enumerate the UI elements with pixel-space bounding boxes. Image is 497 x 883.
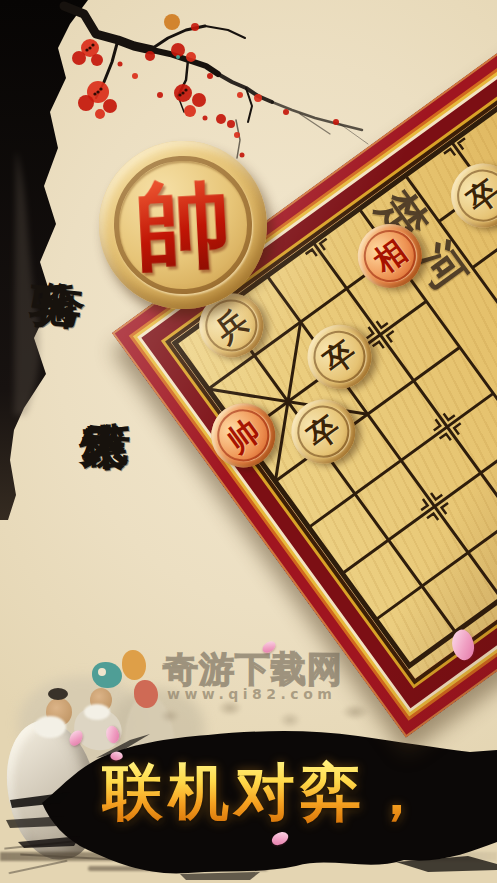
watermark-site-url: www.qi82.com xyxy=(167,686,336,702)
piece-char: 相 xyxy=(368,234,411,277)
xiangqi-piece-相[interactable]: 相 xyxy=(345,211,434,300)
slogan-char: 奔 xyxy=(35,279,87,331)
xiangqi-piece-卒[interactable]: 卒 xyxy=(279,387,368,476)
big-general-char: 帥 xyxy=(133,175,234,276)
xiangqi-piece-卒[interactable]: 卒 xyxy=(438,151,497,240)
xiangqi-piece-卒[interactable]: 卒 xyxy=(295,312,384,401)
piece-char: 卒 xyxy=(318,335,361,378)
splash-screen: 车驰马奔 棋术绝天下 楚河 兵卒相卒帅卒 帥 xyxy=(0,0,497,883)
piece-char: 兵 xyxy=(210,304,253,347)
observer-orange-figure xyxy=(122,650,146,680)
slogan-char: 下 xyxy=(82,422,132,472)
piece-char: 卒 xyxy=(302,410,345,453)
banner-slogan: 联机对弈， xyxy=(102,758,497,825)
observer-teal-figure xyxy=(92,662,122,688)
elder-hair xyxy=(48,688,68,700)
xiangqi-piece-帅[interactable]: 帅 xyxy=(199,391,288,480)
observer-face xyxy=(98,668,106,676)
piece-char: 帅 xyxy=(222,414,265,457)
piece-char: 卒 xyxy=(461,174,497,217)
